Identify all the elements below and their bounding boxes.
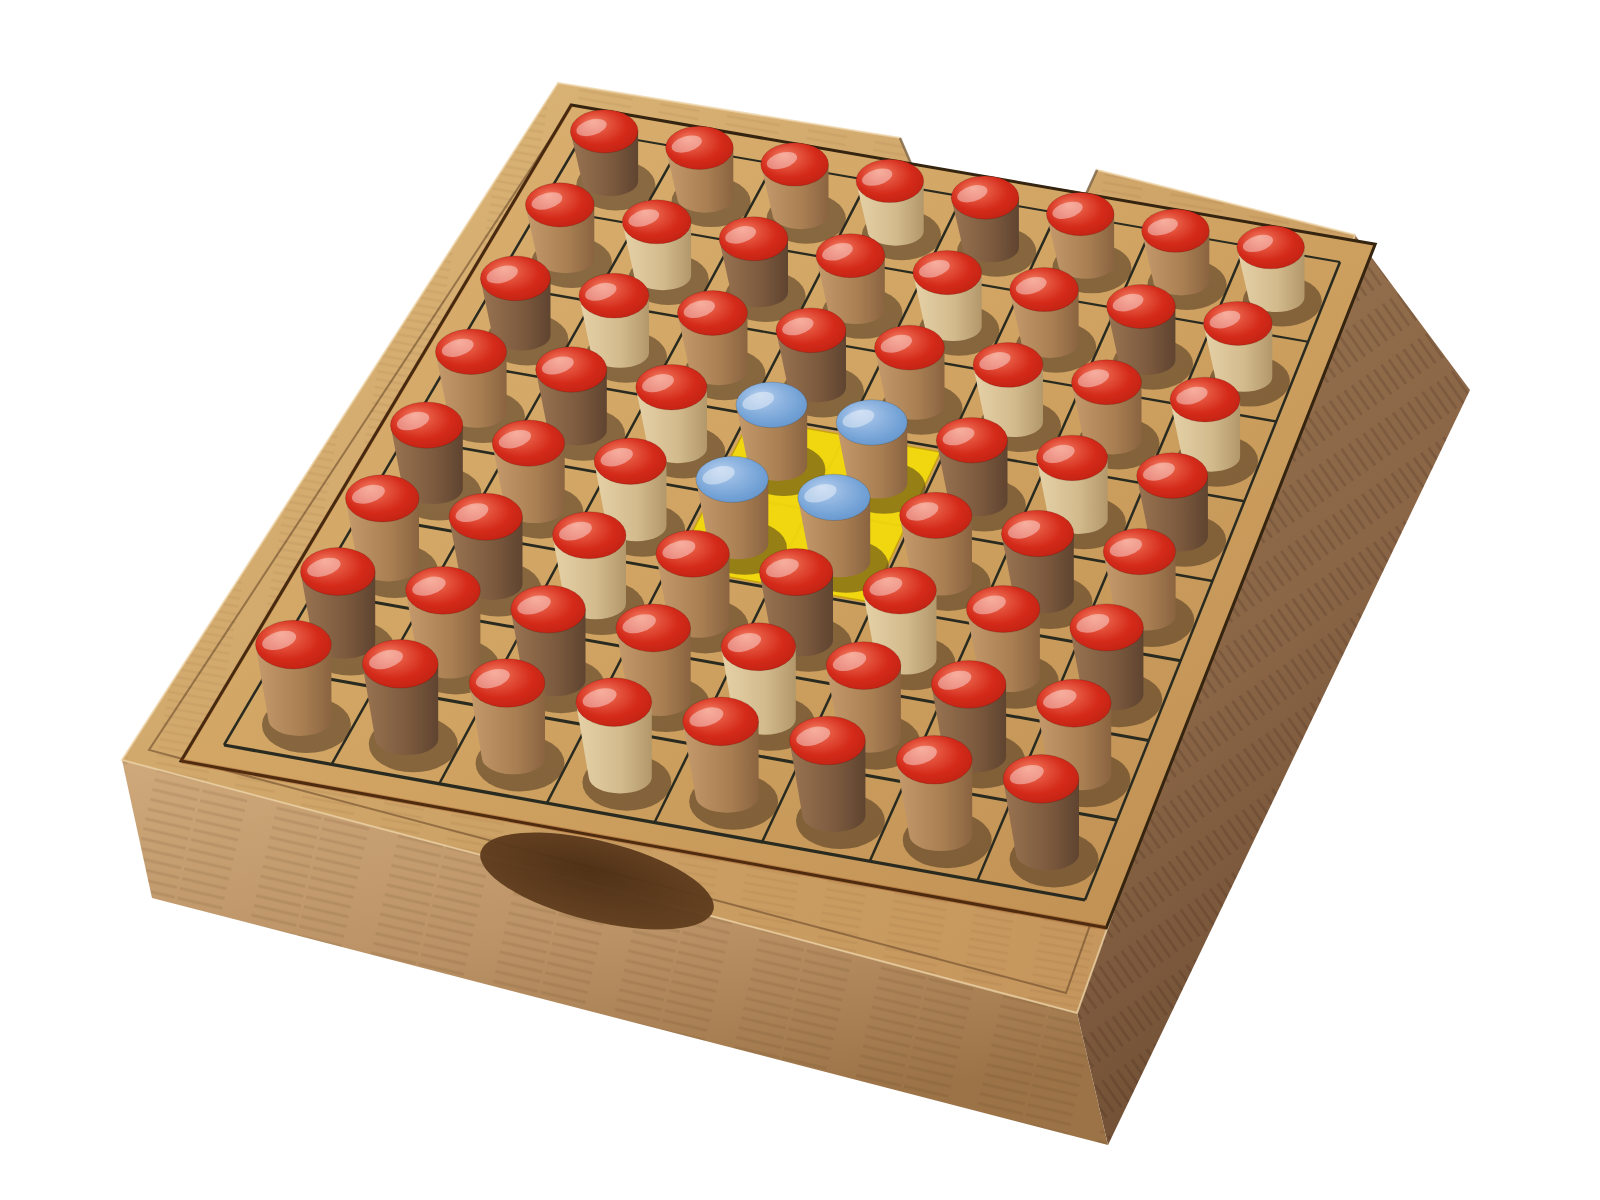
othello-board-photo xyxy=(0,0,1600,1200)
board-scene xyxy=(0,0,1600,1200)
